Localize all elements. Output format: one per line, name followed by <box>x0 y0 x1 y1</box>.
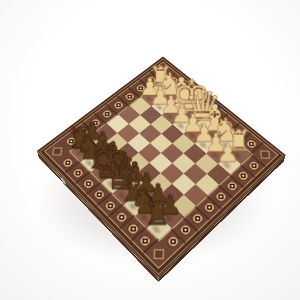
border-band: ♜♞♝♚♛♝♞♜♟♟♟♟♟♟♟♟♟♟♟♟♟♟♟♟♜♞♝♚♛♝♞♜ <box>44 62 279 269</box>
medallion-ornament <box>123 91 136 102</box>
board-3d: ♜♞♝♚♛♝♞♜♟♟♟♟♟♟♟♟♟♟♟♟♟♟♟♟♜♞♝♚♛♝♞♜ <box>37 57 286 277</box>
medallion-ornament <box>165 234 181 249</box>
medallion-ornament <box>225 179 240 192</box>
product-photo: ♜♞♝♚♛♝♞♜♟♟♟♟♟♟♟♟♟♟♟♟♟♟♟♟♜♞♝♚♛♝♞♜ <box>0 0 300 300</box>
medallion-ornament <box>177 222 192 237</box>
medallion-ornament <box>246 159 260 172</box>
medallion-ornament <box>236 169 251 182</box>
board-top: ♜♞♝♚♛♝♞♜♟♟♟♟♟♟♟♟♟♟♟♟♟♟♟♟♜♞♝♚♛♝♞♜ <box>37 57 286 277</box>
medallion-ornament <box>126 221 141 236</box>
medallion-ornament <box>190 211 205 225</box>
black-rook[interactable]: ♜ <box>143 198 171 230</box>
medallion-ornament <box>213 190 228 204</box>
perspective-container: ♜♞♝♚♛♝♞♜♟♟♟♟♟♟♟♟♟♟♟♟♟♟♟♟♜♞♝♚♛♝♞♜ <box>0 0 300 300</box>
square-g4[interactable] <box>129 115 151 133</box>
medallion-ornament <box>114 210 129 224</box>
square-e4[interactable] <box>150 134 172 153</box>
medallion-ornament <box>202 200 217 214</box>
square-c4[interactable] <box>172 153 195 173</box>
medallion-ornament <box>112 99 125 110</box>
medallion-ornament <box>61 156 75 169</box>
white-pawn[interactable]: ♟ <box>217 140 240 165</box>
